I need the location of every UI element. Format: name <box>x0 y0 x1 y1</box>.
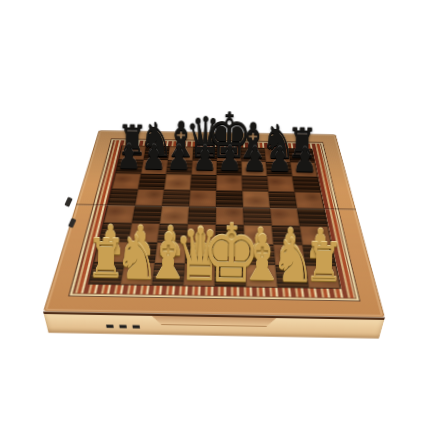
square-a2 <box>94 242 128 263</box>
square-b1 <box>120 262 154 285</box>
square-b7 <box>141 160 168 175</box>
square-f2 <box>244 244 275 265</box>
square-d7 <box>191 160 216 175</box>
square-a3 <box>99 223 132 242</box>
square-d2 <box>185 243 216 264</box>
hinge-mark <box>64 197 72 207</box>
chess-board <box>43 130 385 317</box>
square-a5 <box>108 189 138 206</box>
square-e5 <box>216 191 243 208</box>
square-g6 <box>267 176 295 192</box>
square-e3 <box>215 225 244 244</box>
square-f1 <box>245 264 277 287</box>
square-d3 <box>186 224 215 243</box>
square-e2 <box>215 244 245 265</box>
square-h1 <box>305 266 340 289</box>
square-b3 <box>128 223 159 242</box>
square-h2 <box>302 245 335 266</box>
square-g7 <box>266 162 293 177</box>
handle-notch <box>149 316 278 327</box>
square-c7 <box>166 160 192 175</box>
square-g3 <box>272 226 303 245</box>
square-d1 <box>183 263 215 286</box>
board-perspective-wrapper <box>74 65 359 350</box>
square-b2 <box>125 242 158 263</box>
square-h3 <box>300 226 332 245</box>
square-g2 <box>273 245 305 266</box>
square-c1 <box>152 263 185 286</box>
square-g1 <box>275 265 308 288</box>
square-a1 <box>89 262 124 285</box>
square-f3 <box>244 225 274 244</box>
square-e1 <box>215 264 246 287</box>
clasp-mark <box>106 324 143 328</box>
square-g5 <box>268 191 297 208</box>
square-c3 <box>157 224 187 243</box>
square-g8 <box>264 148 290 162</box>
product-photo: ♜♞♝♛♚♝♞♜♟♟♟♟♟♟♟♟♟♟♟♟♟♟♟♟♜♞♝♛♚♝♞♜ <box>0 0 430 430</box>
board-squares-grid <box>88 145 342 289</box>
square-c2 <box>155 243 187 264</box>
square-f8 <box>241 148 266 162</box>
